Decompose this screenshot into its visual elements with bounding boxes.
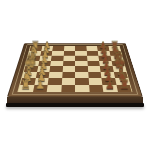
- chess-board-scene: ♜♞♝♛♚♝♞♜♟♟♟♟♟♟♟♟♟♟♟♟♟♟♟♟♜♞♝♛♚♝♞♜: [7, 43, 143, 97]
- chess-set-photo: ♜♞♝♛♚♝♞♜♟♟♟♟♟♟♟♟♟♟♟♟♟♟♟♟♜♞♝♛♚♝♞♜: [0, 0, 150, 150]
- chess-board: [17, 46, 132, 92]
- square-h2: [33, 85, 48, 92]
- square-h7: [102, 85, 117, 92]
- square-h3: [47, 85, 62, 92]
- board-base: [6, 103, 144, 107]
- square-h6: [89, 85, 104, 92]
- square-h5: [75, 85, 89, 92]
- square-h8: [116, 85, 132, 92]
- square-h4: [61, 85, 75, 92]
